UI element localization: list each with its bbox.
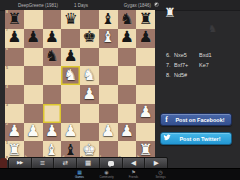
square-g6[interactable] [118, 48, 137, 67]
black-player-label: Gygax (1846) [110, 3, 151, 8]
square-e4[interactable]: ♟ [80, 85, 99, 104]
square-b7[interactable]: ♟ [24, 29, 43, 48]
piece-black-p-d6: ♟ [61, 48, 80, 67]
piece-white-p-f2: ♟ [99, 123, 118, 142]
square-a8[interactable]: 8♜ [5, 10, 24, 29]
facebook-icon: f [161, 115, 172, 124]
square-d3[interactable] [61, 104, 80, 123]
square-g7[interactable]: ♟ [118, 29, 137, 48]
piece-black-b-f8: ♝ [99, 10, 118, 29]
square-c8[interactable] [43, 10, 62, 29]
square-a3[interactable]: 3 [5, 104, 24, 123]
chat-bubble-icon [108, 161, 114, 166]
square-e2[interactable] [80, 123, 99, 142]
piece-white-b-f7: ♝ [99, 29, 118, 48]
square-e6[interactable] [80, 48, 99, 67]
square-h3[interactable]: ♟ [136, 104, 155, 123]
square-f5[interactable] [99, 66, 118, 85]
square-g8[interactable]: ♞ [118, 10, 137, 29]
square-c6[interactable]: ♞ [43, 48, 62, 67]
square-b6[interactable] [24, 48, 43, 67]
twitter-bird-icon [161, 134, 172, 143]
piece-white-p-g2: ♟ [118, 123, 137, 142]
square-h8[interactable]: ♜ [136, 10, 155, 29]
move-number: 6. [166, 50, 174, 60]
square-c2[interactable]: ♟ [43, 123, 62, 142]
square-a2[interactable]: 2♟ [5, 123, 24, 142]
square-c3[interactable] [43, 104, 62, 123]
piece-white-p-e4: ♟ [80, 85, 99, 104]
black-move [199, 70, 236, 80]
square-f7[interactable]: ♝ [99, 29, 118, 48]
fast-forward-icon: ▶▶ [17, 161, 23, 166]
square-b3[interactable] [24, 104, 43, 123]
square-c4[interactable] [43, 85, 62, 104]
square-f6[interactable] [99, 48, 118, 67]
tab-label: Friends [129, 176, 138, 179]
piece-white-p-c2: ♟ [43, 123, 62, 142]
square-h4[interactable] [136, 85, 155, 104]
rank-label-5: 5 [6, 67, 8, 71]
tab-label: Settings [155, 176, 165, 179]
square-d5[interactable]: ♞ [61, 66, 80, 85]
square-f2[interactable]: ♟ [99, 123, 118, 142]
rank-label-6: 6 [6, 48, 8, 52]
move-row: 8.Nd5# [166, 70, 236, 80]
rank-label-4: 4 [6, 86, 8, 90]
shuffle-icon: ⇄ [63, 160, 68, 167]
post-on-twitter-button[interactable]: Post on Twitter! [160, 132, 232, 145]
piece-black-p-b7: ♟ [24, 29, 43, 48]
move-number: 7. [166, 60, 174, 70]
tab-label: Community [99, 176, 113, 179]
piece-black-p-g7: ♟ [118, 29, 137, 48]
square-f4[interactable] [99, 85, 118, 104]
move-number: 8. [166, 70, 174, 80]
piece-black-r-h8: ♜ [136, 10, 155, 29]
square-e3[interactable] [80, 104, 99, 123]
list-icon: ≡ [40, 160, 45, 167]
right-arrow-icon: ▶ [154, 160, 159, 167]
square-a6[interactable]: 6 [5, 48, 24, 67]
piece-black-k-e7: ♚ [80, 29, 99, 48]
tab-community[interactable]: ◉Community [93, 169, 120, 180]
tab-label: Games [75, 176, 84, 179]
piece-black-p-c7: ♟ [43, 29, 62, 48]
white-move: Bxf7+ [174, 60, 199, 70]
piece-white-p-d2: ♟ [61, 123, 80, 142]
chess-app-window: DeepGreene (1981) 1 Days Gygax (1846) 8♜… [0, 0, 240, 180]
square-e7[interactable]: ♚ [80, 29, 99, 48]
move-timer-label: 1 Days [66, 3, 96, 8]
square-g2[interactable]: ♟ [118, 123, 137, 142]
square-b8[interactable] [24, 10, 43, 29]
square-g4[interactable] [118, 85, 137, 104]
square-d6[interactable]: ♟ [61, 48, 80, 67]
square-g3[interactable] [118, 104, 137, 123]
player-color-icon [154, 2, 159, 7]
square-h5[interactable] [136, 66, 155, 85]
black-move: Bxd1 [199, 50, 236, 60]
piece-white-p-h3: ♟ [136, 104, 155, 123]
move-row: 6.Nxe5Bxd1 [166, 50, 236, 60]
square-g5[interactable] [118, 66, 137, 85]
square-b2[interactable]: ♟ [24, 123, 43, 142]
square-f3[interactable] [99, 104, 118, 123]
rank-label-7: 7 [6, 29, 8, 33]
square-c5[interactable] [43, 66, 62, 85]
square-d2[interactable]: ♟ [61, 123, 80, 142]
board-grid-icon: ▦ [85, 160, 91, 167]
tab-friends[interactable]: ⚑Friends [120, 169, 147, 180]
square-b5[interactable] [24, 66, 43, 85]
white-move: Nxe5 [174, 50, 199, 60]
square-e5[interactable]: ♞ [80, 66, 99, 85]
square-a4[interactable]: 4 [5, 85, 24, 104]
white-rook-icon: ♜ [164, 6, 176, 19]
piece-white-n-e5: ♞ [80, 66, 99, 85]
tab-games[interactable]: ▦Games [66, 169, 93, 180]
piece-black-q-d8: ♛ [61, 10, 80, 29]
rank-label-8: 8 [6, 11, 8, 15]
square-e8[interactable] [80, 10, 99, 29]
square-b4[interactable] [24, 85, 43, 104]
piece-black-n-g8: ♞ [118, 10, 137, 29]
square-h6[interactable] [136, 48, 155, 67]
rank-label-2: 2 [6, 123, 8, 127]
facebook-button-label: Post on Facebook! [172, 117, 231, 123]
left-arrow-icon: ◀ [131, 160, 136, 167]
post-on-facebook-button[interactable]: f Post on Facebook! [160, 113, 232, 126]
square-d8[interactable]: ♛ [61, 10, 80, 29]
piece-black-p-h7: ♟ [136, 29, 155, 48]
rank-label-1: 1 [6, 142, 8, 146]
white-move: Nd5# [174, 70, 199, 80]
square-d7[interactable] [61, 29, 80, 48]
rank-label-3: 3 [6, 104, 8, 108]
square-f8[interactable]: ♝ [99, 10, 118, 29]
move-row: 7.Bxf7+Ke7 [166, 60, 236, 70]
tab-settings[interactable]: ◷Settings [147, 169, 174, 180]
square-d4[interactable] [61, 85, 80, 104]
square-a7[interactable]: 7♟ [5, 29, 24, 48]
white-player-label: DeepGreene (1981) [18, 3, 58, 8]
piece-white-p-b2: ♟ [24, 123, 43, 142]
square-a5[interactable]: 5 [5, 66, 24, 85]
black-knight-icon: ♞ [208, 24, 217, 34]
chess-board: 8♜♛♝♞♜7♟♟♟♚♝♟♟6♞♟5♞♞4♟3♟2♟♟♟♟♟♟1a♜bc♝d♝e… [5, 10, 155, 160]
bottom-tab-bar: ▦Games◉Community⚑Friends◷Settings [0, 168, 240, 180]
black-move: Ke7 [199, 60, 236, 70]
piece-white-n-d5: ♞ [61, 66, 80, 85]
twitter-button-label: Post on Twitter! [172, 136, 231, 142]
square-c7[interactable]: ♟ [43, 29, 62, 48]
square-h2[interactable] [136, 123, 155, 142]
move-list: 6.Nxe5Bxd17.Bxf7+Ke78.Nd5# [166, 50, 236, 80]
square-h7[interactable]: ♟ [136, 29, 155, 48]
piece-black-n-c6: ♞ [43, 48, 62, 67]
